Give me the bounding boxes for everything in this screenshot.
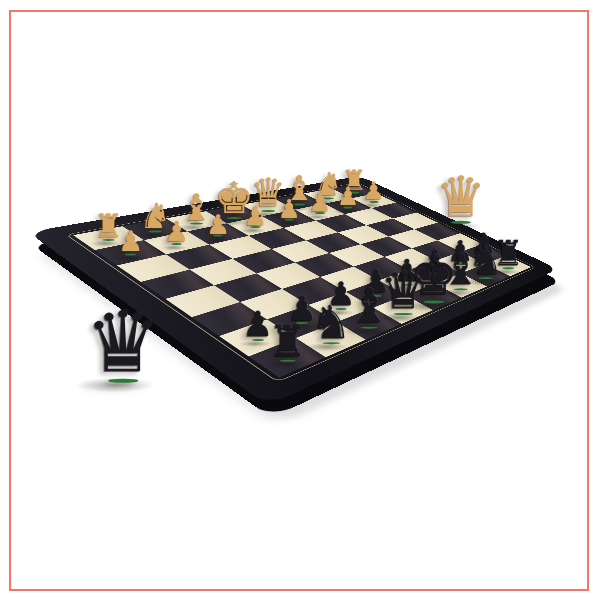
piece-shadow	[75, 377, 155, 392]
chess-set-scene: ♜♞♟♝♟♛♟♚♛♟♝♟♞♟♜♟♟♟♟♜♟♞♟♝♟♚♟♛♟♝♟♞♜♛	[0, 0, 597, 600]
product-photo-stage: ♜♞♟♝♟♛♟♚♛♟♝♟♞♟♜♟♟♟♟♜♟♞♟♝♟♚♟♛♟♝♟♞♜♛	[0, 0, 597, 600]
chess-board-grid	[73, 184, 531, 378]
felt-base-ring	[108, 379, 138, 383]
